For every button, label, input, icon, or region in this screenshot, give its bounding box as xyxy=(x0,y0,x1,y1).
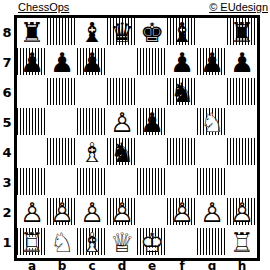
rank-label-8: 8 xyxy=(0,18,14,48)
square-g8[interactable] xyxy=(197,18,227,48)
square-b7[interactable]: ♟ xyxy=(47,48,77,78)
file-label-g: g xyxy=(197,259,227,270)
square-b4[interactable] xyxy=(47,138,77,168)
square-c5[interactable] xyxy=(77,108,107,138)
file-labels: abcdefgh xyxy=(17,259,257,270)
square-a7[interactable]: ♟ xyxy=(17,48,47,78)
white-rook: ♖ xyxy=(17,228,47,258)
piece-fill: ♞ xyxy=(197,108,227,138)
black-knight: ♞ xyxy=(107,138,137,168)
square-b5[interactable] xyxy=(47,108,77,138)
square-g1[interactable] xyxy=(197,228,227,258)
white-pawn: ♙ xyxy=(17,198,47,228)
square-g5[interactable]: ♞♘ xyxy=(197,108,227,138)
file-label-f: f xyxy=(167,259,197,270)
piece-fill: ♟ xyxy=(197,198,227,228)
square-e7[interactable] xyxy=(137,48,167,78)
square-c3[interactable] xyxy=(77,168,107,198)
square-h4[interactable] xyxy=(227,138,257,168)
black-king: ♚ xyxy=(137,18,167,48)
square-f5[interactable] xyxy=(167,108,197,138)
black-pawn: ♟ xyxy=(167,48,197,78)
piece-fill: ♜ xyxy=(227,228,257,258)
piece-fill: ♟ xyxy=(47,198,77,228)
white-pawn: ♙ xyxy=(107,108,137,138)
square-f8[interactable]: ♝ xyxy=(167,18,197,48)
piece-fill: ♞ xyxy=(47,228,77,258)
square-c7[interactable]: ♟ xyxy=(77,48,107,78)
rank-label-7: 7 xyxy=(0,48,14,78)
square-e6[interactable] xyxy=(137,78,167,108)
board: ♜♝♛♚♝♜♟♟♟♟♟♟♞♟♙♟♞♘♝♗♞♟♙♟♙♟♙♟♙♟♙♟♙♟♙♜♖♞♘♝… xyxy=(17,18,257,258)
piece-fill: ♟ xyxy=(17,198,47,228)
white-king: ♔ xyxy=(137,228,167,258)
copyright-label: © EUdesign xyxy=(209,1,268,13)
square-g7[interactable]: ♟ xyxy=(197,48,227,78)
piece-fill: ♟ xyxy=(227,198,257,228)
white-pawn: ♙ xyxy=(77,198,107,228)
square-c4[interactable]: ♝♗ xyxy=(77,138,107,168)
square-e3[interactable] xyxy=(137,168,167,198)
rank-label-6: 6 xyxy=(0,78,14,108)
piece-fill: ♟ xyxy=(107,108,137,138)
rank-label-3: 3 xyxy=(0,168,14,198)
white-pawn: ♙ xyxy=(107,198,137,228)
black-pawn: ♟ xyxy=(227,48,257,78)
white-bishop: ♗ xyxy=(77,228,107,258)
square-f3[interactable] xyxy=(167,168,197,198)
square-h1[interactable]: ♜♖ xyxy=(227,228,257,258)
white-rook: ♖ xyxy=(227,228,257,258)
square-d1[interactable]: ♛♕ xyxy=(107,228,137,258)
square-g2[interactable]: ♟♙ xyxy=(197,198,227,228)
black-pawn: ♟ xyxy=(47,48,77,78)
square-d6[interactable] xyxy=(107,78,137,108)
board-frame: ♜♝♛♚♝♜♟♟♟♟♟♟♞♟♙♟♞♘♝♗♞♟♙♟♙♟♙♟♙♟♙♟♙♟♙♜♖♞♘♝… xyxy=(14,15,260,261)
square-f6[interactable]: ♞ xyxy=(167,78,197,108)
square-d4[interactable]: ♞ xyxy=(107,138,137,168)
square-h6[interactable] xyxy=(227,78,257,108)
square-b6[interactable] xyxy=(47,78,77,108)
square-h8[interactable]: ♜ xyxy=(227,18,257,48)
black-queen: ♛ xyxy=(107,18,137,48)
square-e4[interactable] xyxy=(137,138,167,168)
square-h3[interactable] xyxy=(227,168,257,198)
rank-labels: 87654321 xyxy=(0,18,14,258)
square-g6[interactable] xyxy=(197,78,227,108)
black-knight: ♞ xyxy=(167,78,197,108)
square-f4[interactable] xyxy=(167,138,197,168)
piece-fill: ♜ xyxy=(17,228,47,258)
white-pawn: ♙ xyxy=(167,198,197,228)
white-pawn: ♙ xyxy=(47,198,77,228)
black-rook: ♜ xyxy=(17,18,47,48)
file-label-c: c xyxy=(77,259,107,270)
file-label-e: e xyxy=(137,259,167,270)
file-label-h: h xyxy=(227,259,257,270)
rank-label-2: 2 xyxy=(0,198,14,228)
square-d7[interactable] xyxy=(107,48,137,78)
piece-fill: ♟ xyxy=(77,198,107,228)
square-d2[interactable]: ♟♙ xyxy=(107,198,137,228)
piece-fill: ♚ xyxy=(137,228,167,258)
square-b3[interactable] xyxy=(47,168,77,198)
square-a3[interactable] xyxy=(17,168,47,198)
square-c8[interactable]: ♝ xyxy=(77,18,107,48)
square-a8[interactable]: ♜ xyxy=(17,18,47,48)
black-pawn: ♟ xyxy=(77,48,107,78)
file-label-d: d xyxy=(107,259,137,270)
title-bar: ChessOps © EUdesign xyxy=(0,1,270,15)
square-c2[interactable]: ♟♙ xyxy=(77,198,107,228)
square-f1[interactable] xyxy=(167,228,197,258)
white-queen: ♕ xyxy=(107,228,137,258)
square-h2[interactable]: ♟♙ xyxy=(227,198,257,228)
piece-fill: ♝ xyxy=(77,138,107,168)
black-bishop: ♝ xyxy=(167,18,197,48)
piece-fill: ♟ xyxy=(107,198,137,228)
square-f7[interactable]: ♟ xyxy=(167,48,197,78)
square-d8[interactable]: ♛ xyxy=(107,18,137,48)
square-g3[interactable] xyxy=(197,168,227,198)
white-knight: ♘ xyxy=(197,108,227,138)
black-pawn: ♟ xyxy=(197,48,227,78)
piece-fill: ♝ xyxy=(77,228,107,258)
square-d5[interactable]: ♟♙ xyxy=(107,108,137,138)
square-a1[interactable]: ♜♖ xyxy=(17,228,47,258)
square-a6[interactable] xyxy=(17,78,47,108)
file-label-a: a xyxy=(17,259,47,270)
square-f2[interactable]: ♟♙ xyxy=(167,198,197,228)
square-a2[interactable]: ♟♙ xyxy=(17,198,47,228)
square-b2[interactable]: ♟♙ xyxy=(47,198,77,228)
black-pawn: ♟ xyxy=(137,108,167,138)
square-c6[interactable] xyxy=(77,78,107,108)
rank-label-5: 5 xyxy=(0,108,14,138)
black-bishop: ♝ xyxy=(77,18,107,48)
square-d3[interactable] xyxy=(107,168,137,198)
square-b8[interactable] xyxy=(47,18,77,48)
white-pawn: ♙ xyxy=(197,198,227,228)
white-pawn: ♙ xyxy=(227,198,257,228)
square-e2[interactable] xyxy=(137,198,167,228)
square-c1[interactable]: ♝♗ xyxy=(77,228,107,258)
square-e1[interactable]: ♚♔ xyxy=(137,228,167,258)
square-h7[interactable]: ♟ xyxy=(227,48,257,78)
black-pawn: ♟ xyxy=(17,48,47,78)
black-rook: ♜ xyxy=(227,18,257,48)
square-e8[interactable]: ♚ xyxy=(137,18,167,48)
rank-label-4: 4 xyxy=(0,138,14,168)
white-bishop: ♗ xyxy=(77,138,107,168)
app-title: ChessOps xyxy=(18,1,69,13)
square-a5[interactable] xyxy=(17,108,47,138)
white-knight: ♘ xyxy=(47,228,77,258)
piece-fill: ♛ xyxy=(107,228,137,258)
square-h5[interactable] xyxy=(227,108,257,138)
square-g4[interactable] xyxy=(197,138,227,168)
square-b1[interactable]: ♞♘ xyxy=(47,228,77,258)
rank-label-1: 1 xyxy=(0,228,14,258)
piece-fill: ♟ xyxy=(167,198,197,228)
square-e5[interactable]: ♟ xyxy=(137,108,167,138)
square-a4[interactable] xyxy=(17,138,47,168)
file-label-b: b xyxy=(47,259,77,270)
